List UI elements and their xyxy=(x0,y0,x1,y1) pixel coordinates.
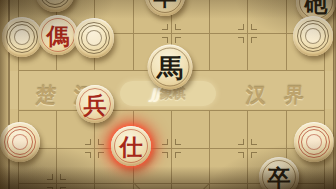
hidden-ring-pattern xyxy=(39,0,71,8)
piece-character: 仕 xyxy=(120,135,143,158)
hidden-inner-circle xyxy=(14,29,30,45)
marker-bracket xyxy=(98,152,104,158)
marker-bracket xyxy=(175,37,181,43)
river-char: 汉 xyxy=(245,82,267,109)
marker-bracket xyxy=(238,37,244,43)
piece-character: 卒 xyxy=(268,166,291,189)
hidden-piece-black[interactable] xyxy=(74,18,114,58)
piece-red-仕[interactable]: 仕 xyxy=(111,126,151,166)
piece-character: 兵 xyxy=(84,93,107,116)
file-line xyxy=(133,0,134,70)
file-line xyxy=(247,110,248,189)
marker-bracket xyxy=(60,174,66,180)
marker-bracket xyxy=(251,152,257,158)
river-label-right: 汉 界 xyxy=(245,82,305,109)
piece-character: 馬 xyxy=(157,54,183,80)
marker-bracket xyxy=(238,139,244,145)
jj-logo: JJ xyxy=(150,85,159,103)
marker-bracket xyxy=(98,139,104,145)
hidden-inner-circle xyxy=(306,134,322,150)
hidden-inner-circle xyxy=(305,28,321,44)
marker-bracket xyxy=(60,187,66,189)
marker-bracket xyxy=(85,139,91,145)
file-line xyxy=(286,0,287,70)
hidden-piece-red[interactable] xyxy=(294,122,334,162)
piece-character: 砲 xyxy=(305,0,328,14)
piece-red-兵[interactable]: 兵 xyxy=(76,85,114,123)
marker-bracket xyxy=(238,152,244,158)
marker-bracket xyxy=(85,152,91,158)
file-line xyxy=(247,0,248,70)
xiangqi-board[interactable]: 楚 河 汉 界 JJ 象棋 卒砲傌馬兵仕卒 xyxy=(0,0,336,189)
marker-bracket xyxy=(238,24,244,30)
board-border-right xyxy=(333,0,335,189)
marker-bracket xyxy=(162,139,168,145)
marker-bracket xyxy=(251,37,257,43)
piece-black-馬[interactable]: 馬 xyxy=(148,45,193,90)
hidden-piece-black[interactable] xyxy=(293,16,333,56)
hidden-piece-black[interactable] xyxy=(2,17,42,57)
hidden-inner-circle xyxy=(12,134,28,150)
piece-red-傌[interactable]: 傌 xyxy=(38,15,78,55)
piece-character: 傌 xyxy=(47,24,70,47)
marker-bracket xyxy=(175,139,181,145)
piece-black-卒[interactable]: 卒 xyxy=(259,157,299,189)
hidden-inner-circle xyxy=(86,30,102,46)
piece-character: 卒 xyxy=(154,0,177,8)
river-char: 楚 xyxy=(35,82,57,109)
marker-bracket xyxy=(251,139,257,145)
file-line xyxy=(209,110,210,189)
river-char: 界 xyxy=(283,82,305,109)
marker-bracket xyxy=(162,24,168,30)
hidden-piece-black[interactable] xyxy=(35,0,75,12)
marker-bracket xyxy=(251,24,257,30)
file-line xyxy=(56,110,57,189)
marker-bracket xyxy=(47,174,53,180)
marker-bracket xyxy=(162,37,168,43)
marker-bracket xyxy=(175,24,181,30)
piece-black-卒[interactable]: 卒 xyxy=(145,0,185,16)
file-line xyxy=(209,0,210,70)
file-line xyxy=(171,110,172,189)
marker-bracket xyxy=(175,152,181,158)
marker-bracket xyxy=(162,152,168,158)
hidden-piece-red[interactable] xyxy=(0,122,40,162)
marker-bracket xyxy=(47,187,53,189)
